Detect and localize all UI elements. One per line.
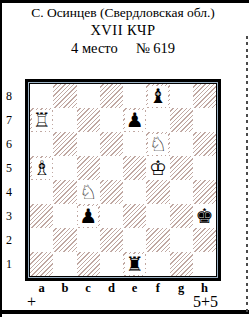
white-knight-piece: ♘ (78, 182, 98, 203)
square-e3 (123, 204, 146, 228)
square-d1 (100, 252, 123, 276)
square-h7 (193, 108, 216, 132)
white-king-piece: ♔ (148, 158, 168, 179)
square-d8 (100, 84, 123, 108)
file-label-d: d (100, 281, 123, 296)
square-b7 (53, 108, 76, 132)
black-bishop-piece: ♝ (148, 86, 168, 107)
square-c5 (77, 156, 100, 180)
square-b3 (53, 204, 76, 228)
board-squares: ♝♖♟♘♗♔♘♟♚♜ (30, 84, 216, 276)
square-c8 (77, 84, 100, 108)
square-c4: ♘ (77, 180, 100, 204)
square-h2 (193, 228, 216, 252)
square-c3: ♟ (77, 204, 100, 228)
square-g8 (170, 84, 193, 108)
square-e8 (123, 84, 146, 108)
square-h4 (193, 180, 216, 204)
file-label-g: g (170, 281, 193, 296)
rank-label-4: 4 (2, 180, 16, 204)
square-b2 (53, 228, 76, 252)
file-label-f: f (146, 281, 169, 296)
rank-label-3: 3 (2, 204, 16, 228)
square-e7: ♟ (123, 108, 146, 132)
square-f2 (146, 228, 169, 252)
square-f5: ♔ (146, 156, 169, 180)
header: С. Осинцев (Свердловская обл.) XVII КЧР … (4, 5, 242, 57)
square-h1 (193, 252, 216, 276)
square-c6 (77, 132, 100, 156)
square-a4 (30, 180, 53, 204)
square-e4 (123, 180, 146, 204)
square-c7 (77, 108, 100, 132)
author-line: С. Осинцев (Свердловская обл.) (4, 5, 242, 21)
file-label-c: c (77, 281, 100, 296)
board-inner-border: ♝♖♟♘♗♔♘♟♚♜ (29, 83, 217, 277)
rank-label-5: 5 (2, 156, 16, 180)
square-d5 (100, 156, 123, 180)
square-f6: ♘ (146, 132, 169, 156)
white-bishop-piece: ♗ (32, 158, 52, 179)
black-pawn-piece: ♟ (125, 110, 145, 131)
square-a1 (30, 252, 53, 276)
square-h3: ♚ (193, 204, 216, 228)
placement-line: 4 место № 619 (4, 40, 242, 57)
rank-label-6: 6 (2, 132, 16, 156)
file-labels: abcdefgh (30, 281, 216, 296)
square-g7 (170, 108, 193, 132)
white-knight-piece: ♘ (148, 134, 168, 155)
square-b6 (53, 132, 76, 156)
square-a8 (30, 84, 53, 108)
square-a6 (30, 132, 53, 156)
square-h5 (193, 156, 216, 180)
square-d7 (100, 108, 123, 132)
square-d4 (100, 180, 123, 204)
square-b1 (53, 252, 76, 276)
square-h6 (193, 132, 216, 156)
square-f8: ♝ (146, 84, 169, 108)
square-f1 (146, 252, 169, 276)
square-g4 (170, 180, 193, 204)
square-g6 (170, 132, 193, 156)
rank-label-8: 8 (2, 84, 16, 108)
square-a2 (30, 228, 53, 252)
trim-dashed-line (246, 36, 248, 313)
square-b8 (53, 84, 76, 108)
square-c1 (77, 252, 100, 276)
file-label-b: b (53, 281, 76, 296)
square-g2 (170, 228, 193, 252)
square-e1: ♜ (123, 252, 146, 276)
square-f7 (146, 108, 169, 132)
rank-labels: 87654321 (2, 84, 16, 276)
square-g3 (170, 204, 193, 228)
placement: 4 место (71, 40, 118, 57)
square-d2 (100, 228, 123, 252)
black-pawn-piece: ♟ (78, 206, 98, 227)
chess-board: ♝♖♟♘♗♔♘♟♚♜ (25, 79, 221, 281)
square-h8 (193, 84, 216, 108)
square-e5 (123, 156, 146, 180)
rank-label-7: 7 (2, 108, 16, 132)
square-g1 (170, 252, 193, 276)
square-d6 (100, 132, 123, 156)
problem-number: № 619 (136, 40, 175, 57)
square-g5 (170, 156, 193, 180)
square-b4 (53, 180, 76, 204)
square-e6 (123, 132, 146, 156)
white-rook-piece: ♖ (32, 110, 52, 131)
square-d3 (100, 204, 123, 228)
square-c2 (77, 228, 100, 252)
square-a5: ♗ (30, 156, 53, 180)
stipulation: + (27, 293, 36, 311)
frame-top-line (0, 0, 249, 3)
black-rook-piece: ♜ (125, 254, 145, 275)
rank-label-2: 2 (2, 228, 16, 252)
square-b5 (53, 156, 76, 180)
square-f3 (146, 204, 169, 228)
square-a3 (30, 204, 53, 228)
material-count: 5+5 (193, 293, 218, 311)
square-f4 (146, 180, 169, 204)
square-a7: ♖ (30, 108, 53, 132)
file-label-e: e (123, 281, 146, 296)
event-line: XVII КЧР (4, 22, 242, 39)
rank-label-1: 1 (2, 252, 16, 276)
black-king-piece: ♚ (194, 206, 214, 227)
square-e2 (123, 228, 146, 252)
